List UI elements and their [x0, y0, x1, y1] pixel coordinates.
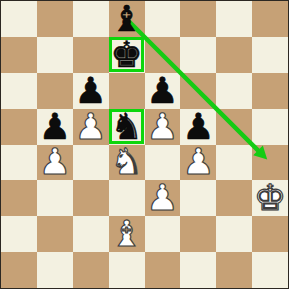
chess-board: ♝♚♟♟♟♟♞♟♟♟♞♟♟♚♝	[0, 0, 289, 289]
square-g8[interactable]	[216, 1, 252, 37]
square-g6[interactable]	[216, 73, 252, 109]
square-g2[interactable]	[216, 216, 252, 252]
square-c7[interactable]	[73, 37, 109, 73]
piece-black-knight-d5[interactable]: ♞	[109, 109, 145, 145]
piece-white-bishop-d2[interactable]: ♝	[109, 216, 145, 252]
square-e1[interactable]	[145, 252, 181, 288]
square-a7[interactable]	[1, 37, 37, 73]
square-b7[interactable]	[37, 37, 73, 73]
square-h7[interactable]	[252, 37, 288, 73]
piece-black-pawn-c6[interactable]: ♟	[73, 73, 109, 109]
square-e7[interactable]	[145, 37, 181, 73]
square-g3[interactable]	[216, 180, 252, 216]
square-a2[interactable]	[1, 216, 37, 252]
piece-black-king-d7[interactable]: ♚	[109, 37, 145, 73]
square-h8[interactable]	[252, 1, 288, 37]
square-d6[interactable]	[109, 73, 145, 109]
square-a6[interactable]	[1, 73, 37, 109]
square-b3[interactable]	[37, 180, 73, 216]
square-c3[interactable]	[73, 180, 109, 216]
square-e8[interactable]	[145, 1, 181, 37]
square-a3[interactable]	[1, 180, 37, 216]
square-h1[interactable]	[252, 252, 288, 288]
square-d3[interactable]	[109, 180, 145, 216]
piece-black-pawn-f5[interactable]: ♟	[180, 109, 216, 145]
piece-white-pawn-e3[interactable]: ♟	[145, 180, 181, 216]
piece-white-king-h3[interactable]: ♚	[252, 180, 288, 216]
piece-white-pawn-b4[interactable]: ♟	[37, 145, 73, 181]
square-a5[interactable]	[1, 109, 37, 145]
square-c4[interactable]	[73, 145, 109, 181]
square-c2[interactable]	[73, 216, 109, 252]
square-b1[interactable]	[37, 252, 73, 288]
square-b8[interactable]	[37, 1, 73, 37]
piece-white-pawn-e5[interactable]: ♟	[145, 109, 181, 145]
square-g4[interactable]	[216, 145, 252, 181]
square-a4[interactable]	[1, 145, 37, 181]
square-f3[interactable]	[180, 180, 216, 216]
square-g5[interactable]	[216, 109, 252, 145]
square-h4[interactable]	[252, 145, 288, 181]
square-c1[interactable]	[73, 252, 109, 288]
piece-black-bishop-d8[interactable]: ♝	[109, 1, 145, 37]
square-g1[interactable]	[216, 252, 252, 288]
square-h2[interactable]	[252, 216, 288, 252]
square-h5[interactable]	[252, 109, 288, 145]
square-e4[interactable]	[145, 145, 181, 181]
square-f2[interactable]	[180, 216, 216, 252]
square-b6[interactable]	[37, 73, 73, 109]
square-d1[interactable]	[109, 252, 145, 288]
square-f8[interactable]	[180, 1, 216, 37]
square-h6[interactable]	[252, 73, 288, 109]
piece-white-knight-d4[interactable]: ♞	[109, 145, 145, 181]
square-g7[interactable]	[216, 37, 252, 73]
square-c8[interactable]	[73, 1, 109, 37]
square-e2[interactable]	[145, 216, 181, 252]
square-f7[interactable]	[180, 37, 216, 73]
square-a8[interactable]	[1, 1, 37, 37]
piece-white-pawn-f4[interactable]: ♟	[180, 145, 216, 181]
square-a1[interactable]	[1, 252, 37, 288]
square-b2[interactable]	[37, 216, 73, 252]
piece-black-pawn-e6[interactable]: ♟	[145, 73, 181, 109]
square-f6[interactable]	[180, 73, 216, 109]
square-f1[interactable]	[180, 252, 216, 288]
piece-black-pawn-b5[interactable]: ♟	[37, 109, 73, 145]
piece-white-pawn-c5[interactable]: ♟	[73, 109, 109, 145]
